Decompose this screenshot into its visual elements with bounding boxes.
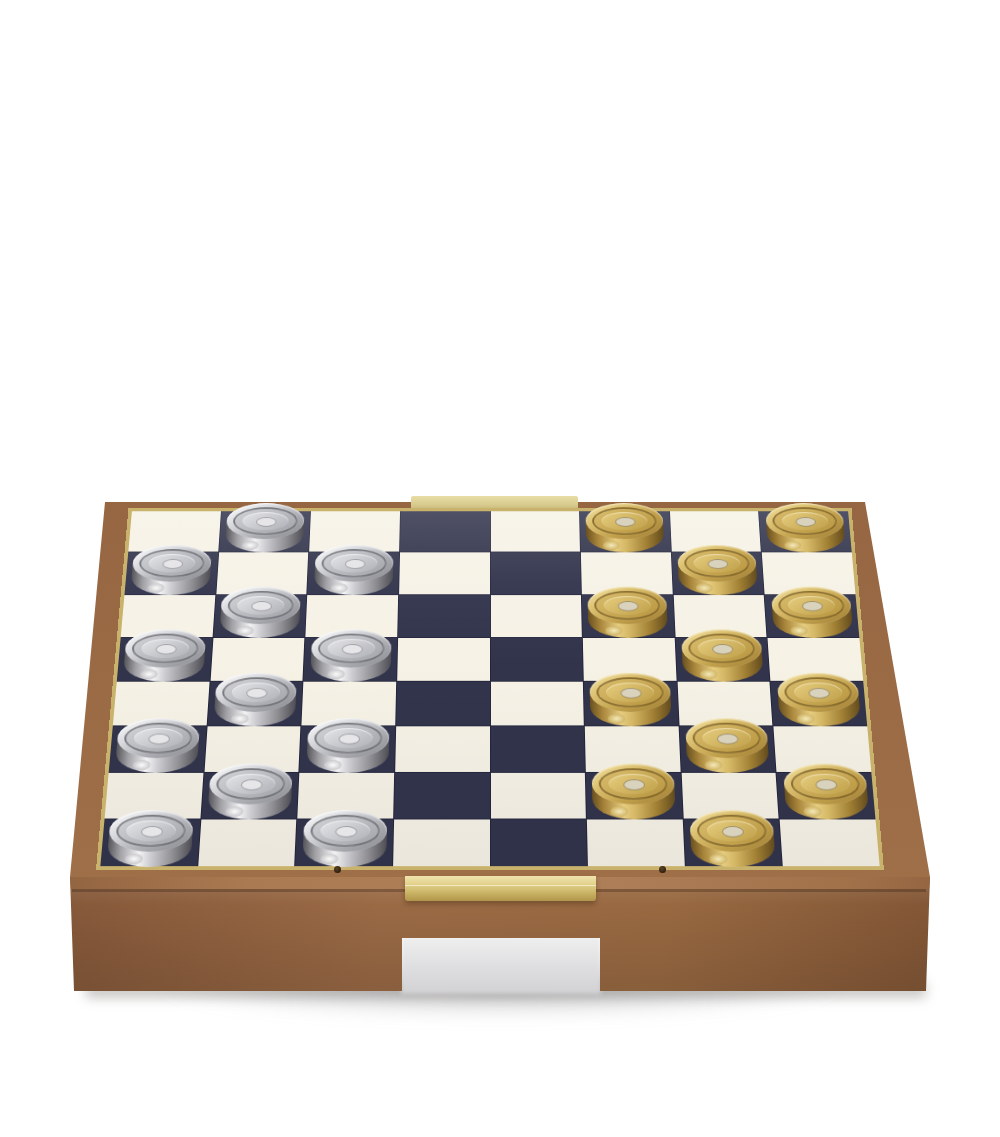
checker-top-face <box>677 545 757 582</box>
checker-top-face <box>302 810 387 852</box>
checker-inner-disc <box>693 554 741 572</box>
board-square[interactable] <box>395 727 489 772</box>
checker-grip-notch <box>803 806 822 816</box>
checker-grip-notch <box>696 583 713 592</box>
checker-gold[interactable] <box>586 503 665 552</box>
notch-background-shadow <box>401 936 601 994</box>
checker-top-face <box>685 718 769 758</box>
checker-groove-ring <box>783 677 853 707</box>
checker-inner-disc <box>606 683 655 703</box>
checker-silver[interactable] <box>130 545 212 595</box>
checker-grip-notch <box>606 626 623 635</box>
board-square[interactable] <box>587 819 685 866</box>
checker-gold[interactable] <box>770 586 853 637</box>
board-square[interactable] <box>396 682 489 726</box>
checker-center-medallion <box>624 779 646 790</box>
checker-top-face <box>588 586 668 623</box>
checker-groove-ring <box>597 677 665 707</box>
checker-inner-disc <box>237 596 285 615</box>
board-square[interactable] <box>780 819 880 866</box>
checker-center-medallion <box>241 779 263 790</box>
checker-gold[interactable] <box>685 718 770 773</box>
checker-inner-disc <box>242 512 289 530</box>
checker-silver[interactable] <box>313 545 393 595</box>
board-square[interactable] <box>490 595 581 637</box>
checker-groove-ring <box>771 507 838 535</box>
checker-groove-ring <box>138 549 205 577</box>
checker-groove-ring <box>790 768 861 800</box>
checker-silver[interactable] <box>123 629 207 681</box>
checker-gold[interactable] <box>765 503 846 552</box>
checker-center-medallion <box>717 733 739 744</box>
board-square[interactable] <box>490 638 582 681</box>
board-square[interactable] <box>398 595 489 637</box>
checker-inner-disc <box>609 774 659 794</box>
checker-top-face <box>310 629 391 667</box>
checker-center-medallion <box>618 601 639 611</box>
checker-inner-disc <box>226 774 276 794</box>
board-square[interactable] <box>393 819 490 866</box>
checker-inner-disc <box>134 728 184 748</box>
checker-groove-ring <box>599 768 669 800</box>
board-square[interactable] <box>399 553 490 594</box>
checker-inner-disc <box>323 728 372 748</box>
checker-silver[interactable] <box>207 763 293 819</box>
checker-silver[interactable] <box>310 629 392 681</box>
board-square[interactable] <box>400 511 490 551</box>
board-square[interactable] <box>394 772 489 818</box>
checker-silver[interactable] <box>115 718 201 773</box>
checker-center-medallion <box>801 601 822 611</box>
checker-center-medallion <box>246 688 268 699</box>
checker-center-medallion <box>338 733 360 744</box>
checker-center-medallion <box>344 559 365 569</box>
checker-grip-notch <box>705 760 723 770</box>
checker-groove-ring <box>777 591 845 620</box>
checker-inner-disc <box>126 820 177 841</box>
checker-groove-ring <box>310 815 380 847</box>
checker-inner-disc <box>698 639 747 658</box>
checker-inner-disc <box>707 820 758 841</box>
frame-pin-right <box>659 866 666 873</box>
checker-inner-disc <box>320 820 370 841</box>
board-square[interactable] <box>397 638 489 681</box>
checker-grip-notch <box>225 806 243 816</box>
checker-top-face <box>592 763 676 804</box>
checker-gold[interactable] <box>588 586 669 637</box>
checker-grip-notch <box>611 806 629 816</box>
checker-center-medallion <box>341 644 362 654</box>
checker-gold[interactable] <box>590 673 673 726</box>
checker-inner-disc <box>602 512 649 530</box>
checker-grip-notch <box>147 583 165 592</box>
checker-center-medallion <box>615 517 636 527</box>
checker-grip-notch <box>323 760 341 770</box>
checker-center-medallion <box>707 559 728 569</box>
checker-groove-ring <box>692 722 762 753</box>
checker-inner-disc <box>787 596 835 615</box>
checker-silver[interactable] <box>219 586 301 637</box>
checker-gold[interactable] <box>681 629 764 681</box>
checker-center-medallion <box>815 779 837 790</box>
checker-gold[interactable] <box>592 763 676 819</box>
board-square[interactable] <box>490 772 585 818</box>
checker-gold[interactable] <box>782 763 869 819</box>
checker-grip-notch <box>784 541 801 550</box>
checker-groove-ring <box>317 634 384 664</box>
checker-grip-notch <box>320 854 338 865</box>
board-square[interactable] <box>198 819 297 866</box>
checker-gold[interactable] <box>689 810 776 867</box>
checker-top-face <box>314 545 393 582</box>
checker-grip-notch <box>709 854 728 865</box>
checker-grip-notch <box>327 669 345 679</box>
checker-inner-disc <box>781 512 828 530</box>
checker-grip-notch <box>236 626 254 635</box>
checker-center-medallion <box>156 644 178 654</box>
checker-groove-ring <box>221 677 290 707</box>
checker-inner-disc <box>604 596 652 615</box>
checker-top-face <box>689 810 775 852</box>
checker-groove-ring <box>227 591 294 620</box>
checker-groove-ring <box>215 768 285 800</box>
checker-inner-disc <box>330 554 377 572</box>
checker-groove-ring <box>592 507 657 535</box>
checker-center-medallion <box>251 601 272 611</box>
checker-inner-disc <box>148 554 196 572</box>
checker-center-medallion <box>795 517 816 527</box>
checker-groove-ring <box>313 722 382 753</box>
checkerboard <box>100 511 879 866</box>
checker-center-medallion <box>256 517 277 527</box>
checker-inner-disc <box>793 683 842 703</box>
checker-groove-ring <box>696 815 767 847</box>
checker-gold[interactable] <box>677 545 758 595</box>
checker-top-face <box>306 718 389 758</box>
checker-inner-disc <box>141 639 190 658</box>
checker-grip-notch <box>330 583 347 592</box>
board-square[interactable] <box>490 727 584 772</box>
checker-center-medallion <box>141 826 164 837</box>
checker-groove-ring <box>232 507 298 535</box>
checker-groove-ring <box>131 634 200 664</box>
checker-silver[interactable] <box>225 503 305 552</box>
lid-front-pull-tab[interactable] <box>405 876 596 901</box>
board-square[interactable] <box>490 819 587 866</box>
checker-inner-disc <box>800 774 851 794</box>
checker-center-medallion <box>808 688 830 699</box>
checker-silver[interactable] <box>107 810 195 867</box>
checker-silver[interactable] <box>302 810 387 867</box>
checker-center-medallion <box>162 559 183 569</box>
product-photo <box>0 0 1000 1137</box>
checker-groove-ring <box>115 815 187 847</box>
checker-grip-notch <box>790 626 808 635</box>
checker-center-medallion <box>335 826 357 837</box>
checker-grip-notch <box>700 669 718 679</box>
board-square[interactable] <box>490 511 580 551</box>
checker-groove-ring <box>684 549 751 577</box>
checker-silver[interactable] <box>213 673 297 726</box>
checker-inner-disc <box>231 683 280 703</box>
checker-gold[interactable] <box>776 673 861 726</box>
checker-silver[interactable] <box>306 718 389 773</box>
checker-groove-ring <box>123 722 193 753</box>
checker-center-medallion <box>712 644 733 654</box>
board-square[interactable] <box>490 682 583 726</box>
checker-groove-ring <box>594 591 661 620</box>
checker-inner-disc <box>702 728 752 748</box>
checker-top-face <box>681 629 763 667</box>
checker-center-medallion <box>621 688 642 699</box>
checkerboard-frame <box>96 508 884 870</box>
checker-center-medallion <box>148 733 170 744</box>
frame-pin-left <box>334 866 341 873</box>
board-square[interactable] <box>490 553 581 594</box>
checker-inner-disc <box>327 639 375 658</box>
checker-center-medallion <box>722 826 744 837</box>
checker-groove-ring <box>688 634 756 664</box>
checker-groove-ring <box>321 549 387 577</box>
